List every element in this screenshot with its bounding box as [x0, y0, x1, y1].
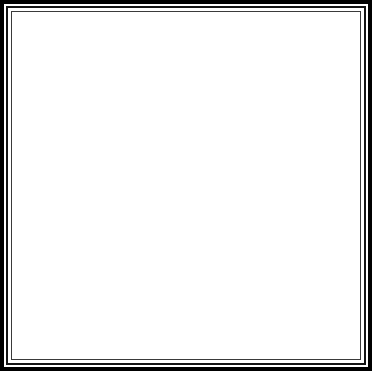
chess-diagram	[0, 0, 372, 371]
chess-board	[11, 11, 361, 360]
